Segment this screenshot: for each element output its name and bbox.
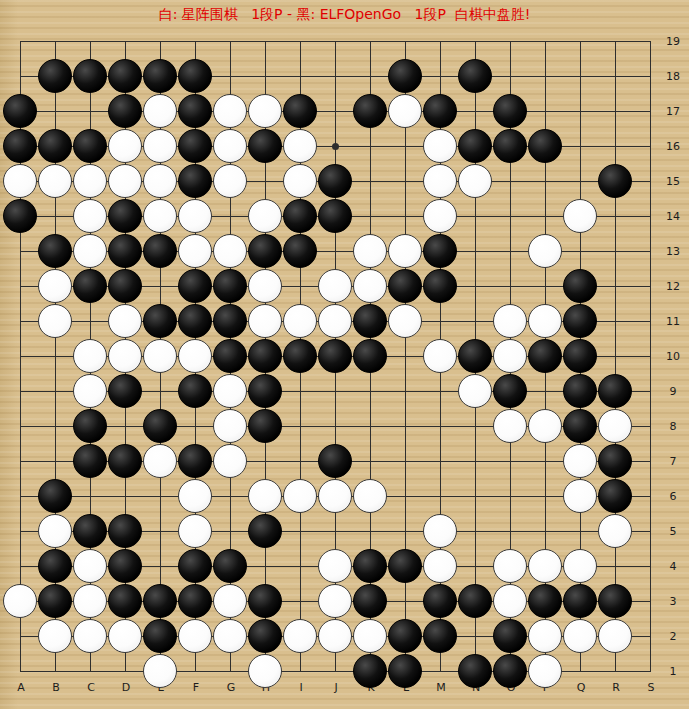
intersection-J2[interactable] xyxy=(318,619,353,654)
intersection-Q14[interactable] xyxy=(563,199,598,234)
intersection-I17[interactable] xyxy=(283,94,318,129)
intersection-J11[interactable] xyxy=(318,304,353,339)
intersection-E2[interactable] xyxy=(143,619,178,654)
intersection-G18[interactable] xyxy=(213,59,248,94)
intersection-K4[interactable] xyxy=(353,549,388,584)
intersection-K13[interactable] xyxy=(353,234,388,269)
intersection-E6[interactable] xyxy=(143,479,178,514)
intersection-O10[interactable] xyxy=(493,339,528,374)
intersection-F3[interactable] xyxy=(178,584,213,619)
intersection-G5[interactable] xyxy=(213,514,248,549)
intersection-I6[interactable] xyxy=(283,479,318,514)
intersection-C19[interactable] xyxy=(73,24,108,59)
intersection-B6[interactable] xyxy=(38,479,73,514)
intersection-P5[interactable] xyxy=(528,514,563,549)
intersection-E16[interactable] xyxy=(143,129,178,164)
intersection-D16[interactable] xyxy=(108,129,143,164)
intersection-J3[interactable] xyxy=(318,584,353,619)
intersection-J8[interactable] xyxy=(318,409,353,444)
intersection-C13[interactable] xyxy=(73,234,108,269)
intersection-D14[interactable] xyxy=(108,199,143,234)
intersection-G19[interactable] xyxy=(213,24,248,59)
intersection-A15[interactable] xyxy=(3,164,38,199)
intersection-P4[interactable] xyxy=(528,549,563,584)
intersection-M15[interactable] xyxy=(423,164,458,199)
intersection-C18[interactable] xyxy=(73,59,108,94)
intersection-B7[interactable] xyxy=(38,444,73,479)
intersection-M14[interactable] xyxy=(423,199,458,234)
intersection-H2[interactable] xyxy=(248,619,283,654)
intersection-A13[interactable] xyxy=(3,234,38,269)
intersection-K11[interactable] xyxy=(353,304,388,339)
intersection-Q15[interactable] xyxy=(563,164,598,199)
intersection-L10[interactable] xyxy=(388,339,423,374)
intersection-N5[interactable] xyxy=(458,514,493,549)
intersection-P8[interactable] xyxy=(528,409,563,444)
intersection-G12[interactable] xyxy=(213,269,248,304)
intersection-O18[interactable] xyxy=(493,59,528,94)
intersection-K15[interactable] xyxy=(353,164,388,199)
intersection-C11[interactable] xyxy=(73,304,108,339)
intersection-I10[interactable] xyxy=(283,339,318,374)
intersection-I16[interactable] xyxy=(283,129,318,164)
intersection-R11[interactable] xyxy=(598,304,633,339)
intersection-I4[interactable] xyxy=(283,549,318,584)
intersection-F9[interactable] xyxy=(178,374,213,409)
intersection-R8[interactable] xyxy=(598,409,633,444)
intersection-O15[interactable] xyxy=(493,164,528,199)
intersection-E15[interactable] xyxy=(143,164,178,199)
intersection-L7[interactable] xyxy=(388,444,423,479)
intersection-D18[interactable] xyxy=(108,59,143,94)
intersection-P1[interactable] xyxy=(528,654,563,689)
intersection-L13[interactable] xyxy=(388,234,423,269)
intersection-A5[interactable] xyxy=(3,514,38,549)
intersection-G9[interactable] xyxy=(213,374,248,409)
intersection-I19[interactable] xyxy=(283,24,318,59)
intersection-R4[interactable] xyxy=(598,549,633,584)
intersection-H11[interactable] xyxy=(248,304,283,339)
intersection-D5[interactable] xyxy=(108,514,143,549)
intersection-B19[interactable] xyxy=(38,24,73,59)
intersection-O4[interactable] xyxy=(493,549,528,584)
intersection-N6[interactable] xyxy=(458,479,493,514)
intersection-A12[interactable] xyxy=(3,269,38,304)
intersection-F10[interactable] xyxy=(178,339,213,374)
intersection-P10[interactable] xyxy=(528,339,563,374)
intersection-J16[interactable] xyxy=(318,129,353,164)
intersection-F4[interactable] xyxy=(178,549,213,584)
intersection-J10[interactable] xyxy=(318,339,353,374)
intersection-M2[interactable] xyxy=(423,619,458,654)
intersection-E7[interactable] xyxy=(143,444,178,479)
intersection-D12[interactable] xyxy=(108,269,143,304)
intersection-A14[interactable] xyxy=(3,199,38,234)
intersection-A2[interactable] xyxy=(3,619,38,654)
intersection-E19[interactable] xyxy=(143,24,178,59)
intersection-C2[interactable] xyxy=(73,619,108,654)
intersection-E11[interactable] xyxy=(143,304,178,339)
intersection-I12[interactable] xyxy=(283,269,318,304)
intersection-D9[interactable] xyxy=(108,374,143,409)
intersection-B8[interactable] xyxy=(38,409,73,444)
intersection-Q3[interactable] xyxy=(563,584,598,619)
intersection-R17[interactable] xyxy=(598,94,633,129)
intersection-E12[interactable] xyxy=(143,269,178,304)
intersection-O3[interactable] xyxy=(493,584,528,619)
intersection-F16[interactable] xyxy=(178,129,213,164)
intersection-M16[interactable] xyxy=(423,129,458,164)
intersection-B9[interactable] xyxy=(38,374,73,409)
intersection-N11[interactable] xyxy=(458,304,493,339)
intersection-R6[interactable] xyxy=(598,479,633,514)
intersection-P14[interactable] xyxy=(528,199,563,234)
intersection-R16[interactable] xyxy=(598,129,633,164)
intersection-H17[interactable] xyxy=(248,94,283,129)
intersection-I2[interactable] xyxy=(283,619,318,654)
intersection-N17[interactable] xyxy=(458,94,493,129)
intersection-B5[interactable] xyxy=(38,514,73,549)
intersection-K18[interactable] xyxy=(353,59,388,94)
intersection-K5[interactable] xyxy=(353,514,388,549)
intersection-N2[interactable] xyxy=(458,619,493,654)
intersection-F15[interactable] xyxy=(178,164,213,199)
intersection-N4[interactable] xyxy=(458,549,493,584)
intersection-H1[interactable] xyxy=(248,654,283,689)
intersection-D10[interactable] xyxy=(108,339,143,374)
intersection-G6[interactable] xyxy=(213,479,248,514)
intersection-J6[interactable] xyxy=(318,479,353,514)
intersection-Q11[interactable] xyxy=(563,304,598,339)
intersection-N16[interactable] xyxy=(458,129,493,164)
intersection-Q10[interactable] xyxy=(563,339,598,374)
intersection-P13[interactable] xyxy=(528,234,563,269)
intersection-O14[interactable] xyxy=(493,199,528,234)
intersection-N1[interactable] xyxy=(458,654,493,689)
intersection-R9[interactable] xyxy=(598,374,633,409)
intersection-J18[interactable] xyxy=(318,59,353,94)
intersection-D8[interactable] xyxy=(108,409,143,444)
intersection-M8[interactable] xyxy=(423,409,458,444)
intersection-L17[interactable] xyxy=(388,94,423,129)
intersection-O16[interactable] xyxy=(493,129,528,164)
intersection-F14[interactable] xyxy=(178,199,213,234)
intersection-P12[interactable] xyxy=(528,269,563,304)
intersection-D15[interactable] xyxy=(108,164,143,199)
intersection-N13[interactable] xyxy=(458,234,493,269)
intersection-M12[interactable] xyxy=(423,269,458,304)
intersection-B18[interactable] xyxy=(38,59,73,94)
intersection-E9[interactable] xyxy=(143,374,178,409)
intersection-O5[interactable] xyxy=(493,514,528,549)
intersection-F13[interactable] xyxy=(178,234,213,269)
intersection-H8[interactable] xyxy=(248,409,283,444)
intersection-Q18[interactable] xyxy=(563,59,598,94)
intersection-D6[interactable] xyxy=(108,479,143,514)
intersection-N3[interactable] xyxy=(458,584,493,619)
intersection-K7[interactable] xyxy=(353,444,388,479)
intersection-F8[interactable] xyxy=(178,409,213,444)
intersection-Q17[interactable] xyxy=(563,94,598,129)
intersection-D3[interactable] xyxy=(108,584,143,619)
intersection-L9[interactable] xyxy=(388,374,423,409)
intersection-J5[interactable] xyxy=(318,514,353,549)
intersection-H6[interactable] xyxy=(248,479,283,514)
intersection-Q12[interactable] xyxy=(563,269,598,304)
intersection-G2[interactable] xyxy=(213,619,248,654)
intersection-K9[interactable] xyxy=(353,374,388,409)
intersection-O7[interactable] xyxy=(493,444,528,479)
intersection-B16[interactable] xyxy=(38,129,73,164)
intersection-E5[interactable] xyxy=(143,514,178,549)
intersection-G4[interactable] xyxy=(213,549,248,584)
intersection-M6[interactable] xyxy=(423,479,458,514)
intersection-J19[interactable] xyxy=(318,24,353,59)
intersection-H9[interactable] xyxy=(248,374,283,409)
intersection-C5[interactable] xyxy=(73,514,108,549)
intersection-D7[interactable] xyxy=(108,444,143,479)
intersection-P2[interactable] xyxy=(528,619,563,654)
intersection-J17[interactable] xyxy=(318,94,353,129)
intersection-P9[interactable] xyxy=(528,374,563,409)
intersection-B4[interactable] xyxy=(38,549,73,584)
intersection-O19[interactable] xyxy=(493,24,528,59)
intersection-L12[interactable] xyxy=(388,269,423,304)
intersection-H12[interactable] xyxy=(248,269,283,304)
intersection-R18[interactable] xyxy=(598,59,633,94)
intersection-B2[interactable] xyxy=(38,619,73,654)
intersection-G11[interactable] xyxy=(213,304,248,339)
intersection-O13[interactable] xyxy=(493,234,528,269)
intersection-L11[interactable] xyxy=(388,304,423,339)
intersection-P18[interactable] xyxy=(528,59,563,94)
intersection-E13[interactable] xyxy=(143,234,178,269)
intersection-N19[interactable] xyxy=(458,24,493,59)
intersection-L16[interactable] xyxy=(388,129,423,164)
intersection-G8[interactable] xyxy=(213,409,248,444)
intersection-L15[interactable] xyxy=(388,164,423,199)
intersection-O12[interactable] xyxy=(493,269,528,304)
intersection-Q5[interactable] xyxy=(563,514,598,549)
intersection-K14[interactable] xyxy=(353,199,388,234)
intersection-N7[interactable] xyxy=(458,444,493,479)
intersection-C3[interactable] xyxy=(73,584,108,619)
intersection-I9[interactable] xyxy=(283,374,318,409)
intersection-E8[interactable] xyxy=(143,409,178,444)
intersection-N12[interactable] xyxy=(458,269,493,304)
intersection-B10[interactable] xyxy=(38,339,73,374)
intersection-I5[interactable] xyxy=(283,514,318,549)
intersection-N8[interactable] xyxy=(458,409,493,444)
intersection-B15[interactable] xyxy=(38,164,73,199)
intersection-G16[interactable] xyxy=(213,129,248,164)
intersection-L19[interactable] xyxy=(388,24,423,59)
intersection-O17[interactable] xyxy=(493,94,528,129)
intersection-F2[interactable] xyxy=(178,619,213,654)
intersection-I7[interactable] xyxy=(283,444,318,479)
intersection-A17[interactable] xyxy=(3,94,38,129)
intersection-F17[interactable] xyxy=(178,94,213,129)
intersection-E4[interactable] xyxy=(143,549,178,584)
intersection-A3[interactable] xyxy=(3,584,38,619)
intersection-O11[interactable] xyxy=(493,304,528,339)
intersection-L14[interactable] xyxy=(388,199,423,234)
intersection-K12[interactable] xyxy=(353,269,388,304)
intersection-B12[interactable] xyxy=(38,269,73,304)
intersection-A19[interactable] xyxy=(3,24,38,59)
intersection-J9[interactable] xyxy=(318,374,353,409)
intersection-H3[interactable] xyxy=(248,584,283,619)
intersection-A9[interactable] xyxy=(3,374,38,409)
intersection-A6[interactable] xyxy=(3,479,38,514)
intersection-D2[interactable] xyxy=(108,619,143,654)
intersection-J7[interactable] xyxy=(318,444,353,479)
intersection-R10[interactable] xyxy=(598,339,633,374)
intersection-P3[interactable] xyxy=(528,584,563,619)
intersection-H7[interactable] xyxy=(248,444,283,479)
intersection-D19[interactable] xyxy=(108,24,143,59)
intersection-R15[interactable] xyxy=(598,164,633,199)
intersection-K2[interactable] xyxy=(353,619,388,654)
intersection-A11[interactable] xyxy=(3,304,38,339)
intersection-Q8[interactable] xyxy=(563,409,598,444)
intersection-M9[interactable] xyxy=(423,374,458,409)
intersection-N18[interactable] xyxy=(458,59,493,94)
intersection-Q19[interactable] xyxy=(563,24,598,59)
intersection-H18[interactable] xyxy=(248,59,283,94)
intersection-F19[interactable] xyxy=(178,24,213,59)
intersection-R5[interactable] xyxy=(598,514,633,549)
intersection-C12[interactable] xyxy=(73,269,108,304)
intersection-H5[interactable] xyxy=(248,514,283,549)
intersection-H10[interactable] xyxy=(248,339,283,374)
intersection-K10[interactable] xyxy=(353,339,388,374)
intersection-K8[interactable] xyxy=(353,409,388,444)
intersection-J15[interactable] xyxy=(318,164,353,199)
intersection-K17[interactable] xyxy=(353,94,388,129)
intersection-F11[interactable] xyxy=(178,304,213,339)
intersection-G15[interactable] xyxy=(213,164,248,199)
intersection-R7[interactable] xyxy=(598,444,633,479)
intersection-A16[interactable] xyxy=(3,129,38,164)
intersection-N15[interactable] xyxy=(458,164,493,199)
intersection-D4[interactable] xyxy=(108,549,143,584)
intersection-C16[interactable] xyxy=(73,129,108,164)
intersection-Q2[interactable] xyxy=(563,619,598,654)
intersection-H19[interactable] xyxy=(248,24,283,59)
intersection-L3[interactable] xyxy=(388,584,423,619)
intersection-M19[interactable] xyxy=(423,24,458,59)
intersection-B17[interactable] xyxy=(38,94,73,129)
intersection-Q7[interactable] xyxy=(563,444,598,479)
intersection-E1[interactable] xyxy=(143,654,178,689)
intersection-A10[interactable] xyxy=(3,339,38,374)
intersection-E17[interactable] xyxy=(143,94,178,129)
intersection-H13[interactable] xyxy=(248,234,283,269)
intersection-O8[interactable] xyxy=(493,409,528,444)
intersection-D11[interactable] xyxy=(108,304,143,339)
intersection-A18[interactable] xyxy=(3,59,38,94)
intersection-P7[interactable] xyxy=(528,444,563,479)
intersection-D13[interactable] xyxy=(108,234,143,269)
intersection-M3[interactable] xyxy=(423,584,458,619)
intersection-C14[interactable] xyxy=(73,199,108,234)
intersection-H16[interactable] xyxy=(248,129,283,164)
intersection-P16[interactable] xyxy=(528,129,563,164)
intersection-P6[interactable] xyxy=(528,479,563,514)
intersection-B13[interactable] xyxy=(38,234,73,269)
intersection-P17[interactable] xyxy=(528,94,563,129)
intersection-E18[interactable] xyxy=(143,59,178,94)
intersection-R2[interactable] xyxy=(598,619,633,654)
intersection-Q16[interactable] xyxy=(563,129,598,164)
intersection-L4[interactable] xyxy=(388,549,423,584)
intersection-F5[interactable] xyxy=(178,514,213,549)
intersection-E10[interactable] xyxy=(143,339,178,374)
intersection-F12[interactable] xyxy=(178,269,213,304)
intersection-C7[interactable] xyxy=(73,444,108,479)
intersection-R3[interactable] xyxy=(598,584,633,619)
intersection-P15[interactable] xyxy=(528,164,563,199)
intersection-M18[interactable] xyxy=(423,59,458,94)
intersection-F18[interactable] xyxy=(178,59,213,94)
intersection-F7[interactable] xyxy=(178,444,213,479)
intersection-H14[interactable] xyxy=(248,199,283,234)
intersection-P19[interactable] xyxy=(528,24,563,59)
intersection-G3[interactable] xyxy=(213,584,248,619)
intersection-D17[interactable] xyxy=(108,94,143,129)
intersection-B14[interactable] xyxy=(38,199,73,234)
intersection-C8[interactable] xyxy=(73,409,108,444)
intersection-I8[interactable] xyxy=(283,409,318,444)
intersection-C6[interactable] xyxy=(73,479,108,514)
intersection-E14[interactable] xyxy=(143,199,178,234)
go-board[interactable] xyxy=(3,24,668,689)
intersection-R13[interactable] xyxy=(598,234,633,269)
intersection-I18[interactable] xyxy=(283,59,318,94)
intersection-G10[interactable] xyxy=(213,339,248,374)
intersection-M17[interactable] xyxy=(423,94,458,129)
intersection-H15[interactable] xyxy=(248,164,283,199)
intersection-M4[interactable] xyxy=(423,549,458,584)
intersection-K3[interactable] xyxy=(353,584,388,619)
intersection-Q6[interactable] xyxy=(563,479,598,514)
intersection-G14[interactable] xyxy=(213,199,248,234)
intersection-L1[interactable] xyxy=(388,654,423,689)
intersection-O9[interactable] xyxy=(493,374,528,409)
intersection-C10[interactable] xyxy=(73,339,108,374)
intersection-J13[interactable] xyxy=(318,234,353,269)
intersection-N9[interactable] xyxy=(458,374,493,409)
intersection-I11[interactable] xyxy=(283,304,318,339)
intersection-P11[interactable] xyxy=(528,304,563,339)
intersection-I3[interactable] xyxy=(283,584,318,619)
intersection-K1[interactable] xyxy=(353,654,388,689)
intersection-K19[interactable] xyxy=(353,24,388,59)
intersection-I14[interactable] xyxy=(283,199,318,234)
intersection-Q4[interactable] xyxy=(563,549,598,584)
intersection-K16[interactable] xyxy=(353,129,388,164)
intersection-O6[interactable] xyxy=(493,479,528,514)
intersection-N14[interactable] xyxy=(458,199,493,234)
intersection-G13[interactable] xyxy=(213,234,248,269)
intersection-Q13[interactable] xyxy=(563,234,598,269)
intersection-A4[interactable] xyxy=(3,549,38,584)
intersection-I15[interactable] xyxy=(283,164,318,199)
intersection-J12[interactable] xyxy=(318,269,353,304)
intersection-R14[interactable] xyxy=(598,199,633,234)
intersection-C9[interactable] xyxy=(73,374,108,409)
